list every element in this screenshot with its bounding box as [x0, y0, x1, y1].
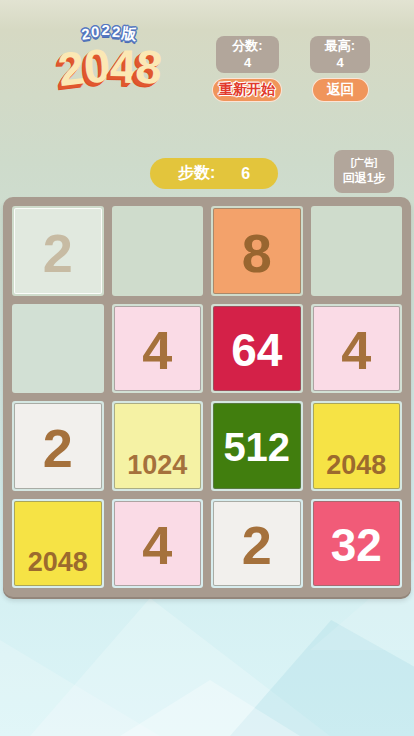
cell: 4 [112, 304, 204, 394]
tile-value: 2 [242, 514, 272, 576]
score-value: 4 [244, 55, 251, 71]
ad-tag: [广告] [351, 156, 378, 171]
best-value: 4 [336, 55, 343, 71]
tile-value: 4 [341, 319, 371, 381]
steps-label: 步数: [178, 163, 215, 184]
tile-4: 4 [114, 306, 202, 392]
tile-64: 64 [213, 306, 301, 392]
tile-4: 4 [313, 306, 401, 392]
background-triangle [230, 620, 414, 736]
tile-2048: 2048 [14, 501, 102, 587]
board[interactable]: 28464421024512204820484232 [3, 197, 411, 597]
tile-value: 2048 [326, 450, 386, 488]
app-screen: 2022版 2048 分数: 4 重新开始 最高: 4 返回 步数: 6 [广告… [0, 0, 414, 736]
cell: 2 [211, 499, 303, 589]
tile-value: 512 [223, 425, 290, 470]
score-label: 分数: [232, 38, 262, 54]
tile-2: 2 [213, 501, 301, 587]
cell: 512 [211, 401, 303, 491]
empty-cell [12, 304, 104, 394]
cell: 64 [211, 304, 303, 394]
tile-4: 4 [114, 501, 202, 587]
tile-value: 2 [43, 417, 73, 479]
empty-cell [112, 206, 204, 296]
edition-banner: 2022版 [38, 22, 182, 41]
tile-value: 8 [242, 222, 272, 284]
tile-value: 2 [43, 222, 73, 284]
cell: 8 [211, 206, 303, 296]
tile-value: 32 [331, 518, 382, 572]
best-label: 最高: [325, 38, 355, 54]
tile-value: 64 [231, 323, 282, 377]
tile-512: 512 [213, 403, 301, 489]
cell: 2048 [12, 499, 104, 589]
tile-2-new: 2 [14, 208, 102, 294]
game-logo: 2022版 2048 [38, 22, 182, 91]
best-score-box: 最高: 4 [310, 36, 370, 73]
undo-label: 回退1步 [343, 170, 386, 187]
steps-box: 步数: 6 [150, 158, 278, 189]
tile-value: 4 [142, 514, 172, 576]
back-button[interactable]: 返回 [312, 78, 369, 102]
tile-8: 8 [213, 208, 301, 294]
cell: 2 [12, 206, 104, 296]
tile-2: 2 [14, 403, 102, 489]
tile-value: 4 [142, 319, 172, 381]
score-box: 分数: 4 [216, 36, 279, 73]
cell: 4 [112, 499, 204, 589]
cell: 1024 [112, 401, 204, 491]
restart-button[interactable]: 重新开始 [212, 78, 282, 102]
empty-cell [311, 206, 403, 296]
cell: 2048 [311, 401, 403, 491]
tile-value: 2048 [28, 547, 88, 585]
tile-1024: 1024 [114, 403, 202, 489]
cell: 2 [12, 401, 104, 491]
tile-2048: 2048 [313, 403, 401, 489]
steps-value: 6 [241, 165, 250, 183]
cell: 32 [311, 499, 403, 589]
background-triangle [30, 598, 330, 736]
tile-value: 1024 [127, 450, 187, 488]
tile-32: 32 [313, 501, 401, 587]
background-triangle [120, 680, 300, 736]
cell: 4 [311, 304, 403, 394]
background-triangle [0, 640, 160, 736]
undo-ad-button[interactable]: [广告] 回退1步 [334, 150, 394, 193]
logo-2048: 2048 [38, 41, 183, 93]
